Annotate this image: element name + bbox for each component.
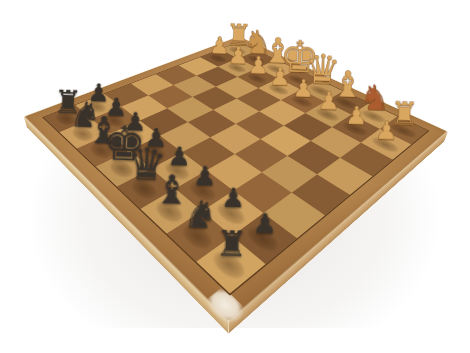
piece-white-pawn-g2: ♟	[227, 44, 249, 68]
piece-black-pawn-b7: ♟	[221, 185, 246, 213]
piece-white-pawn-c2: ♟	[317, 89, 340, 114]
piece-white-pawn-a2: ♟	[375, 118, 399, 144]
perspective-wrapper: ♜♞♝♚♛♝♞♜♟♟♟♟♟♟♟♟♟♟♟♟♟♟♟♟♜♞♝♚♛♝♞♜	[0, 0, 470, 353]
piece-black-pawn-c7: ♟	[193, 163, 218, 190]
piece-black-rook-a8: ♜	[215, 227, 248, 264]
wooden-board-tray: ♜♞♝♚♛♝♞♜♟♟♟♟♟♟♟♟♟♟♟♟♟♟♟♟♜♞♝♚♛♝♞♜	[24, 36, 448, 322]
piece-white-pawn-b2: ♟	[345, 103, 368, 129]
piece-black-pawn-a7: ♟	[252, 209, 277, 237]
chipped-corner	[203, 287, 249, 329]
chess-set-photo: ♜♞♝♚♛♝♞♜♟♟♟♟♟♟♟♟♟♟♟♟♟♟♟♟♜♞♝♚♛♝♞♜	[0, 0, 470, 353]
chess-board: ♜♞♝♚♛♝♞♜♟♟♟♟♟♟♟♟♟♟♟♟♟♟♟♟♜♞♝♚♛♝♞♜	[42, 42, 429, 296]
piece-black-knight-b8: ♞	[182, 196, 218, 236]
piece-white-pawn-e2: ♟	[269, 64, 291, 89]
piece-white-pawn-f2: ♟	[247, 54, 269, 79]
piece-white-pawn-d2: ♟	[292, 76, 315, 101]
